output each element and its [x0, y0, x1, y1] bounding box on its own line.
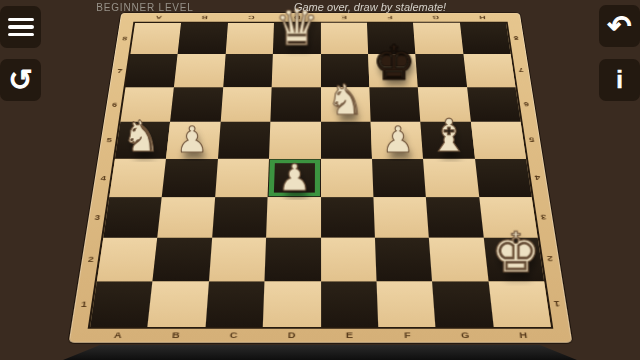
square-e3[interactable]: [321, 197, 375, 238]
white-bishop-g5[interactable]: ♝: [429, 113, 469, 158]
square-b4[interactable]: [162, 159, 218, 198]
square-a1[interactable]: [90, 281, 153, 327]
white-knight-e6[interactable]: ♞: [327, 79, 365, 121]
square-c2[interactable]: [209, 238, 266, 281]
square-e6[interactable]: ♞: [321, 87, 371, 122]
square-a5[interactable]: ♞: [115, 122, 170, 159]
square-b6[interactable]: [170, 87, 223, 122]
square-h2[interactable]: ♚: [483, 238, 544, 281]
square-f7[interactable]: ♚: [368, 54, 418, 87]
square-c8[interactable]: [225, 23, 274, 54]
white-king-h2[interactable]: ♚: [491, 225, 541, 280]
square-b2[interactable]: [153, 238, 212, 281]
file-labels-bottom: ABCDEFGH: [88, 327, 553, 343]
square-g8[interactable]: [413, 23, 463, 54]
square-f2[interactable]: [375, 238, 432, 281]
square-g3[interactable]: [426, 197, 483, 238]
square-b1[interactable]: [148, 281, 209, 327]
square-d3[interactable]: [266, 197, 320, 238]
game-over-message: Game over, draw by stalemate!: [245, 1, 495, 13]
board-grid: ♛♚♞♞♟♟♝♟♚: [90, 23, 551, 327]
square-h4[interactable]: [475, 159, 532, 198]
coord-label-E: E: [321, 327, 379, 343]
square-g2[interactable]: [429, 238, 488, 281]
undo-button[interactable]: ↶: [599, 5, 640, 47]
square-h6[interactable]: [467, 87, 521, 122]
square-f6[interactable]: [369, 87, 420, 122]
square-c6[interactable]: [220, 87, 271, 122]
undo-icon: ↶: [607, 12, 631, 41]
square-a7[interactable]: [126, 54, 178, 87]
square-c7[interactable]: [223, 54, 273, 87]
square-e5[interactable]: [321, 122, 372, 159]
coord-label-B: B: [146, 327, 205, 343]
square-f5[interactable]: ♟: [371, 122, 424, 159]
board-frame: ABCDEFGH 87654321 ♛♚♞♞♟♟♝♟♚ 87654321 ABC…: [69, 13, 573, 343]
restart-icon: ↺: [8, 66, 32, 95]
menu-button[interactable]: [0, 6, 41, 48]
info-button[interactable]: i: [599, 59, 640, 101]
square-d7[interactable]: [272, 54, 321, 87]
square-h7[interactable]: [463, 54, 515, 87]
info-icon: i: [616, 68, 623, 92]
square-e8[interactable]: [321, 23, 369, 54]
coord-label-F: F: [367, 13, 414, 23]
coord-label-A: A: [88, 327, 148, 343]
square-a8[interactable]: [130, 23, 181, 54]
square-f1[interactable]: [376, 281, 435, 327]
coord-label-C: C: [204, 327, 263, 343]
coord-label-C: C: [228, 13, 275, 23]
square-h5[interactable]: [471, 122, 526, 159]
square-h8[interactable]: [460, 23, 511, 54]
hamburger-icon: [8, 18, 34, 37]
square-g5[interactable]: ♝: [421, 122, 475, 159]
coord-label-G: G: [436, 327, 495, 343]
square-d1[interactable]: [263, 281, 321, 327]
level-label: BEGINNER LEVEL: [75, 2, 215, 13]
coord-label-A: A: [135, 13, 182, 23]
white-pawn-f5[interactable]: ♟: [381, 122, 413, 158]
square-d6[interactable]: [270, 87, 320, 122]
square-b7[interactable]: [174, 54, 225, 87]
square-g4[interactable]: [423, 159, 479, 198]
square-b8[interactable]: [178, 23, 228, 54]
square-a2[interactable]: [97, 238, 158, 281]
square-e1[interactable]: [321, 281, 379, 327]
square-f4[interactable]: [372, 159, 426, 198]
coord-label-7: 7: [511, 54, 532, 87]
coord-label-G: G: [413, 13, 460, 23]
wood-background: ABCDEFGH 87654321 ♛♚♞♞♟♟♝♟♚ 87654321 ABC…: [0, 0, 640, 360]
black-king-f7[interactable]: ♚: [372, 38, 415, 86]
coord-label-4: 4: [526, 159, 549, 198]
square-g7[interactable]: [416, 54, 467, 87]
square-c5[interactable]: [218, 122, 271, 159]
square-c4[interactable]: [215, 159, 269, 198]
square-e4[interactable]: [321, 159, 374, 198]
square-b5[interactable]: ♟: [166, 122, 220, 159]
coord-label-8: 8: [506, 23, 526, 54]
coord-label-B: B: [181, 13, 228, 23]
chess-board: ABCDEFGH 87654321 ♛♚♞♞♟♟♝♟♚ 87654321 ABC…: [69, 13, 573, 343]
restart-button[interactable]: ↺: [0, 59, 41, 101]
square-f3[interactable]: [373, 197, 429, 238]
coord-label-F: F: [378, 327, 437, 343]
square-d5[interactable]: [269, 122, 320, 159]
status-bar: [63, 345, 577, 360]
white-pawn-d4[interactable]: ♟: [278, 159, 311, 196]
file-labels-top: ABCDEFGH: [135, 13, 506, 23]
square-d8[interactable]: ♛: [273, 23, 321, 54]
square-e2[interactable]: [321, 238, 377, 281]
white-pawn-b5[interactable]: ♟: [176, 122, 208, 158]
square-d4[interactable]: ♟: [268, 159, 321, 198]
coord-label-H: H: [493, 327, 553, 343]
coord-label-E: E: [321, 13, 367, 23]
coord-label-H: H: [459, 13, 506, 23]
square-b3[interactable]: [158, 197, 215, 238]
square-g1[interactable]: [432, 281, 493, 327]
square-d2[interactable]: [265, 238, 321, 281]
white-knight-a5[interactable]: ♞: [122, 115, 161, 158]
square-c3[interactable]: [212, 197, 268, 238]
square-a3[interactable]: [103, 197, 162, 238]
square-a4[interactable]: [109, 159, 166, 198]
square-c1[interactable]: [205, 281, 264, 327]
square-h1[interactable]: [488, 281, 551, 327]
coord-label-D: D: [262, 327, 320, 343]
